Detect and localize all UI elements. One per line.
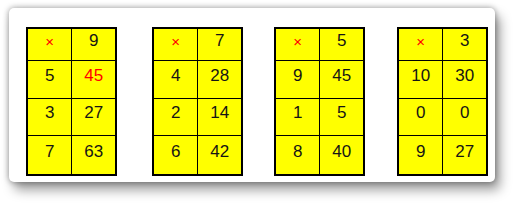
table-cell-highlighted: 45	[72, 61, 115, 99]
table-cell: 8	[276, 136, 320, 174]
multiplication-table-7: × 7 4 28 2 14 6 42	[152, 27, 243, 176]
tables-row: × 9 5 45 3 27 7 63 × 7 4 28 2 14 6 42 × …	[26, 27, 488, 176]
table-cell: 14	[198, 99, 241, 137]
multiplication-table-5: × 5 9 45 1 5 8 40	[274, 27, 365, 176]
table-cell: 63	[72, 136, 115, 174]
multiplication-table-3: × 3 10 30 0 0 9 27	[397, 27, 488, 176]
multiply-icon: ×	[28, 29, 72, 61]
table-cell: 7	[198, 29, 241, 61]
table-cell: 9	[72, 29, 115, 61]
table-cell: 6	[154, 136, 198, 174]
table-cell: 42	[198, 136, 241, 174]
multiply-icon: ×	[276, 29, 320, 61]
multiply-icon: ×	[154, 29, 198, 61]
multiplication-table-9: × 9 5 45 3 27 7 63	[26, 27, 117, 176]
document-page: × 9 5 45 3 27 7 63 × 7 4 28 2 14 6 42 × …	[9, 8, 495, 182]
table-cell: 5	[320, 29, 363, 61]
table-cell: 0	[399, 99, 443, 137]
table-cell: 27	[72, 99, 115, 137]
table-cell: 9	[399, 136, 443, 174]
table-cell: 3	[443, 29, 486, 61]
table-cell: 27	[443, 136, 486, 174]
table-cell: 4	[154, 61, 198, 99]
table-cell: 45	[320, 61, 363, 99]
table-cell: 5	[320, 99, 363, 137]
table-cell: 9	[276, 61, 320, 99]
table-cell: 7	[28, 136, 72, 174]
table-cell: 40	[320, 136, 363, 174]
table-cell: 28	[198, 61, 241, 99]
table-cell: 0	[443, 99, 486, 137]
table-cell: 1	[276, 99, 320, 137]
table-cell: 10	[399, 61, 443, 99]
table-cell: 5	[28, 61, 72, 99]
table-cell: 30	[443, 61, 486, 99]
table-cell: 3	[28, 99, 72, 137]
multiply-icon: ×	[399, 29, 443, 61]
table-cell: 2	[154, 99, 198, 137]
